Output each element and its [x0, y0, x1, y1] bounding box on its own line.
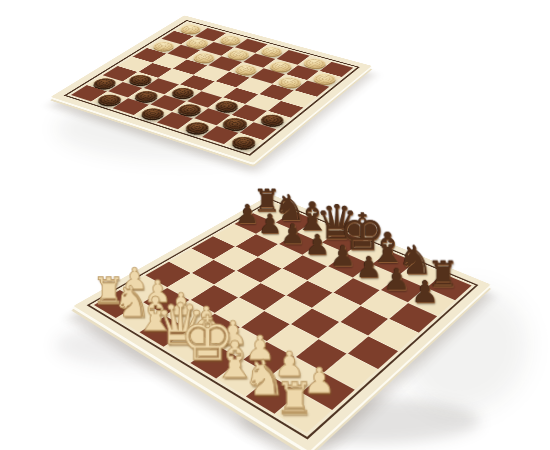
- chess-grid: ♜♞♝♛♚♝♞♜♟♟♟♟♟♟♟♟♟♟♟♟♟♟♟♟♜♞♝♛♚♝♞♜: [87, 199, 479, 439]
- chess-board-surface: ♜♞♝♛♚♝♞♜♟♟♟♟♟♟♟♟♟♟♟♟♟♟♟♟♜♞♝♛♚♝♞♜: [73, 194, 490, 450]
- chess-piece-dark-rook: ♜: [245, 186, 290, 215]
- chess-square-r2c8: ♟: [409, 288, 455, 316]
- checkers-board-surface: [51, 15, 372, 162]
- chess-piece-dark-rook: ♜: [417, 258, 469, 292]
- checkers-square-r1c4: [235, 39, 267, 53]
- checkers-square-r2c8: [308, 71, 341, 86]
- checkers-grid: [64, 20, 360, 156]
- checker-dark-man: [126, 73, 156, 86]
- chess-board: ♜♞♝♛♚♝♞♜♟♟♟♟♟♟♟♟♟♟♟♟♟♟♟♟♜♞♝♛♚♝♞♜: [73, 194, 490, 450]
- checkers-square-r8c1: [71, 85, 106, 101]
- checkers-board: [51, 15, 372, 162]
- checkers-square-r4c7: [260, 84, 294, 100]
- product-photo-scene: ♜♞♝♛♚♝♞♜♟♟♟♟♟♟♟♟♟♟♟♟♟♟♟♟♜♞♝♛♚♝♞♜: [0, 0, 550, 450]
- chess-piece-light-rook: ♜: [82, 274, 136, 309]
